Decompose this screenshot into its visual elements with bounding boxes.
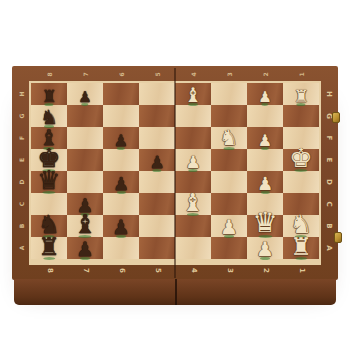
coords-bottom-ranks: 87654321: [31, 263, 319, 278]
square-f5[interactable]: [139, 127, 175, 149]
square-c4[interactable]: ♝: [175, 193, 211, 215]
file-label-left-c: C: [11, 197, 33, 212]
file-label-right-f: F: [318, 131, 340, 146]
square-d8[interactable]: ♛: [31, 171, 67, 193]
file-label-left-d: D: [11, 175, 33, 190]
piece-black-knight-g8[interactable]: ♞: [40, 107, 58, 127]
piece-white-pawn-h2[interactable]: ♟: [258, 90, 271, 105]
square-b5[interactable]: [139, 215, 175, 237]
piece-black-pawn-b6[interactable]: ♟: [112, 217, 130, 237]
piece-white-queen-b2[interactable]: ♛: [252, 209, 277, 237]
piece-white-king-e1[interactable]: ♚: [289, 145, 312, 171]
square-e1[interactable]: ♚: [283, 149, 319, 171]
piece-black-pawn-e5[interactable]: ♟: [149, 154, 164, 171]
piece-white-rook-h1[interactable]: ♜: [293, 88, 308, 105]
square-g1[interactable]: [283, 105, 319, 127]
square-g8[interactable]: ♞: [31, 105, 67, 127]
piece-white-pawn-e4[interactable]: ♟: [185, 154, 200, 171]
square-d6[interactable]: ♟: [103, 171, 139, 193]
rank-label-top-3: 3: [223, 57, 236, 93]
square-d2[interactable]: ♟: [247, 171, 283, 193]
hinge-seam: [174, 68, 176, 278]
rank-label-top-5: 5: [151, 57, 164, 93]
square-g7[interactable]: [67, 105, 103, 127]
square-g4[interactable]: [175, 105, 211, 127]
square-a2[interactable]: ♟: [247, 237, 283, 259]
square-e5[interactable]: ♟: [139, 149, 175, 171]
scene: ♜♟♝♟♜♞♝♟♞♟♚♟♟♚♛♟♟♟♝♞♝♟♟♛♞♜♟♟♜ 87654321 8…: [0, 0, 350, 350]
square-a1[interactable]: ♜: [283, 237, 319, 259]
square-h1[interactable]: ♜: [283, 83, 319, 105]
piece-black-pawn-f6[interactable]: ♟: [114, 133, 128, 149]
square-e3[interactable]: [211, 149, 247, 171]
file-label-left-e: E: [11, 153, 33, 168]
square-e6[interactable]: [103, 149, 139, 171]
square-f3[interactable]: ♞: [211, 127, 247, 149]
piece-white-pawn-d2[interactable]: ♟: [257, 175, 273, 193]
square-e4[interactable]: ♟: [175, 149, 211, 171]
brass-clasp-icon: [334, 232, 342, 243]
file-label-left-a: A: [11, 241, 33, 256]
file-label-right-c: C: [318, 197, 340, 212]
square-d1[interactable]: [283, 171, 319, 193]
square-h8[interactable]: ♜: [31, 83, 67, 105]
square-g2[interactable]: [247, 105, 283, 127]
square-a7[interactable]: ♟: [67, 237, 103, 259]
square-g3[interactable]: [211, 105, 247, 127]
square-f6[interactable]: ♟: [103, 127, 139, 149]
square-b6[interactable]: ♟: [103, 215, 139, 237]
piece-black-queen-d8[interactable]: ♛: [37, 167, 60, 193]
piece-white-knight-f3[interactable]: ♞: [220, 128, 239, 149]
chessboard: ♜♟♝♟♜♞♝♟♞♟♚♟♟♚♛♟♟♟♝♞♝♟♟♛♞♜♟♟♜ 87654321 8…: [12, 66, 338, 280]
square-f2[interactable]: ♟: [247, 127, 283, 149]
square-b3[interactable]: ♟: [211, 215, 247, 237]
square-g6[interactable]: [103, 105, 139, 127]
piece-black-rook-h8[interactable]: ♜: [41, 88, 56, 105]
square-f4[interactable]: [175, 127, 211, 149]
file-label-left-f: F: [11, 131, 33, 146]
piece-black-bishop-b7[interactable]: ♝: [73, 211, 96, 237]
piece-black-pawn-d6[interactable]: ♟: [113, 175, 129, 193]
piece-white-bishop-c4[interactable]: ♝: [182, 190, 204, 215]
square-b4[interactable]: [175, 215, 211, 237]
square-b2[interactable]: ♛: [247, 215, 283, 237]
board-front-edge: [14, 279, 336, 305]
file-label-right-d: D: [318, 175, 340, 190]
square-a8[interactable]: ♜: [31, 237, 67, 259]
file-label-left-g: G: [11, 109, 33, 124]
piece-white-pawn-f2[interactable]: ♟: [258, 133, 272, 149]
piece-black-pawn-h7[interactable]: ♟: [78, 90, 91, 105]
square-d5[interactable]: [139, 171, 175, 193]
square-h4[interactable]: ♝: [175, 83, 211, 105]
file-label-right-e: E: [318, 153, 340, 168]
square-c6[interactable]: [103, 193, 139, 215]
square-d3[interactable]: [211, 171, 247, 193]
square-d7[interactable]: [67, 171, 103, 193]
square-f7[interactable]: [67, 127, 103, 149]
file-label-right-h: H: [318, 87, 340, 102]
piece-white-rook-a1[interactable]: ♜: [290, 235, 312, 259]
square-c3[interactable]: [211, 193, 247, 215]
file-label-left-b: B: [11, 219, 33, 234]
piece-white-pawn-b3[interactable]: ♟: [220, 217, 238, 237]
rank-label-top-6: 6: [115, 57, 128, 93]
piece-black-pawn-a7[interactable]: ♟: [76, 239, 94, 259]
piece-white-bishop-h4[interactable]: ♝: [184, 85, 202, 105]
square-c5[interactable]: [139, 193, 175, 215]
piece-white-pawn-a2[interactable]: ♟: [256, 239, 274, 259]
square-e2[interactable]: [247, 149, 283, 171]
square-e7[interactable]: [67, 149, 103, 171]
coords-top-ranks: 87654321: [31, 68, 319, 81]
coords-left-files: HGFEDCBA: [14, 83, 29, 259]
folding-halves-split: [175, 279, 177, 305]
file-label-left-h: H: [11, 87, 33, 102]
piece-black-rook-a8[interactable]: ♜: [38, 235, 60, 259]
square-b7[interactable]: ♝: [67, 215, 103, 237]
square-g5[interactable]: [139, 105, 175, 127]
brass-clasp-icon: [332, 112, 340, 123]
